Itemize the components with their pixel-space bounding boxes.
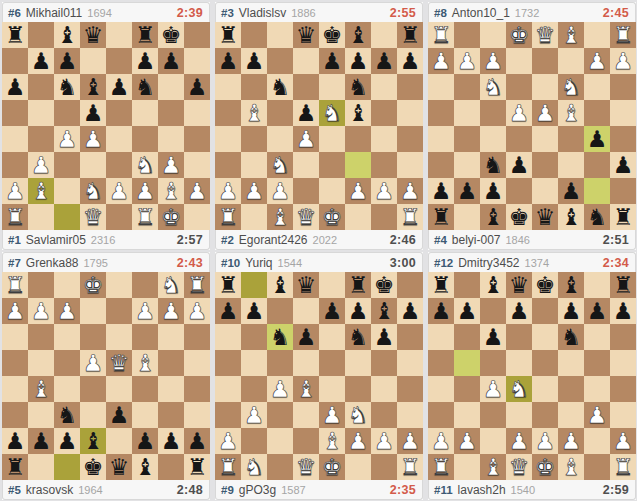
square-c7 <box>267 298 293 324</box>
square-g2: ♟ <box>371 178 397 204</box>
square-g4 <box>454 100 480 126</box>
square-e5 <box>80 376 106 402</box>
black-pawn-piece: ♟ <box>296 324 317 350</box>
white-king-piece: ♚ <box>535 454 556 480</box>
white-rook-piece: ♜ <box>400 454 421 480</box>
square-h2: ♟ <box>2 298 28 324</box>
player-bar-bottom: #1 Savlamir05 2316 2:57 <box>2 230 210 250</box>
square-f4 <box>345 126 371 152</box>
square-d8: ♛ <box>293 22 319 48</box>
square-f4 <box>345 376 371 402</box>
white-pawn-piece: ♟ <box>587 402 608 428</box>
white-knight-piece: ♞ <box>322 100 343 126</box>
square-g3: ♟ <box>584 402 610 428</box>
black-pawn-piece: ♟ <box>161 428 182 454</box>
black-pawn-piece: ♟ <box>374 324 395 350</box>
square-e2 <box>80 298 106 324</box>
square-d2 <box>293 428 319 454</box>
square-h1: ♜ <box>610 454 636 480</box>
black-pawn-piece: ♟ <box>509 152 530 178</box>
square-c1: ♝ <box>558 22 584 48</box>
black-queen-piece: ♛ <box>109 454 130 480</box>
square-e2: ♟ <box>106 178 132 204</box>
white-queen-piece: ♛ <box>509 454 530 480</box>
square-g6: ♟ <box>371 324 397 350</box>
square-d7: ♟ <box>506 298 532 324</box>
player-clock: 2:48 <box>177 483 203 497</box>
white-bishop-piece: ♝ <box>561 22 582 48</box>
white-rook-piece: ♜ <box>135 204 156 230</box>
white-pawn-piece: ♟ <box>509 428 530 454</box>
square-b1 <box>28 204 54 230</box>
square-g6 <box>371 74 397 100</box>
square-a1: ♜ <box>428 454 454 480</box>
player-bar-top: #10 Yuriq 1544 3:00 <box>215 252 423 272</box>
player-name: Dmitry3452 <box>458 256 519 270</box>
black-knight-piece: ♞ <box>270 74 291 100</box>
white-pawn-piece: ♟ <box>83 350 104 376</box>
square-e3 <box>80 324 106 350</box>
white-rook-piece: ♜ <box>5 204 26 230</box>
square-h1: ♜ <box>2 272 28 298</box>
square-f6: ♞ <box>480 152 506 178</box>
player-rank: #8 <box>434 7 447 19</box>
white-pawn-piece: ♟ <box>161 152 182 178</box>
black-king-piece: ♚ <box>535 272 556 298</box>
square-h2: ♟ <box>610 428 636 454</box>
black-pawn-piece: ♟ <box>109 402 130 428</box>
player-rank: #3 <box>221 7 234 19</box>
square-h4 <box>610 376 636 402</box>
black-pawn-piece: ♟ <box>187 74 208 100</box>
black-pawn-piece: ♟ <box>244 48 265 74</box>
white-pawn-piece: ♟ <box>244 402 265 428</box>
white-rook-piece: ♜ <box>187 272 208 298</box>
square-a2: ♟ <box>2 178 28 204</box>
square-g7: ♟ <box>371 48 397 74</box>
black-rook-piece: ♜ <box>218 22 239 48</box>
square-e1: ♚ <box>532 454 558 480</box>
square-b1: ♞ <box>241 454 267 480</box>
square-g8 <box>371 22 397 48</box>
black-rook-piece: ♜ <box>348 272 369 298</box>
black-knight-piece: ♞ <box>57 402 78 428</box>
black-rook-piece: ♜ <box>135 22 156 48</box>
square-g5: ♝ <box>28 376 54 402</box>
square-d1 <box>106 272 132 298</box>
square-g5 <box>454 126 480 152</box>
player-rating: 1374 <box>525 257 549 269</box>
square-a6: ♟ <box>2 74 28 100</box>
square-b6 <box>28 74 54 100</box>
square-e4 <box>319 376 345 402</box>
square-c7: ♟ <box>54 48 80 74</box>
mini-game-card[interactable]: #10 Yuriq 1544 3:00 ♜♝♛♜♚♟♟♟♟♝♟♞♟♞♟♟♝♟♟♞… <box>215 252 423 500</box>
square-h5 <box>428 126 454 152</box>
black-pawn-piece: ♟ <box>431 178 452 204</box>
square-g1 <box>28 272 54 298</box>
square-h3 <box>2 324 28 350</box>
chess-board[interactable]: ♜♝♛♚♝♜♟♟♟♟♟♟♟♞♟♞♟♟♟♟♟♟♟♜♝♛♚♝♜ <box>428 272 636 480</box>
square-g5 <box>371 350 397 376</box>
square-c1: ♝ <box>480 454 506 480</box>
square-c5 <box>267 100 293 126</box>
player-clock: 2:43 <box>177 256 203 270</box>
square-h5 <box>610 350 636 376</box>
square-b6 <box>584 152 610 178</box>
square-c4: ♝ <box>558 100 584 126</box>
square-h8: ♜ <box>428 204 454 230</box>
white-pawn-piece: ♟ <box>535 428 556 454</box>
black-pawn-piece: ♟ <box>135 428 156 454</box>
chess-board[interactable]: ♜♚♛♝♜♟♟♟♟♟♞♞♟♟♝♟♞♟♟♟♟♟♟♜♝♚♛♝♞♜ <box>428 22 636 230</box>
mini-game-card[interactable]: #7 Grenka88 1795 2:43 ♜♚♞♜♟♟♟♟♟♟♟♛♝♝♞♟♟♟… <box>2 252 210 500</box>
player-clock: 2:55 <box>390 6 416 20</box>
square-f7: ♟ <box>54 428 80 454</box>
square-d5 <box>293 350 319 376</box>
player-rank: #6 <box>8 7 21 19</box>
square-a4 <box>428 376 454 402</box>
square-f3: ♞ <box>345 402 371 428</box>
square-g6 <box>158 74 184 100</box>
black-pawn-piece: ♟ <box>5 74 26 100</box>
square-c8 <box>267 22 293 48</box>
white-bishop-piece: ♝ <box>270 204 291 230</box>
chess-board[interactable]: ♜♛♚♝♜♟♟♟♟♟♟♞♞♝♟♞♝♟♞♟♟♟♟♟♟♜♝♛♚♜ <box>215 22 423 230</box>
player-bar-bottom: #5 krasovsk 1964 2:48 <box>2 480 210 500</box>
tournament-boards-grid: #6 Mikhail011 1694 2:39 ♜♝♛♜♚♟♟♟♟♟♞♝♟♞♟♟… <box>0 0 637 501</box>
black-knight-piece: ♞ <box>57 74 78 100</box>
square-f2: ♟ <box>54 298 80 324</box>
square-a4 <box>215 376 241 402</box>
square-h5 <box>2 376 28 402</box>
square-g2: ♟ <box>28 298 54 324</box>
player-clock: 2:57 <box>177 233 203 247</box>
square-h8: ♜ <box>2 454 28 480</box>
square-b6 <box>454 324 480 350</box>
square-b6 <box>241 324 267 350</box>
black-pawn-piece: ♟ <box>31 48 52 74</box>
square-e6: ♟ <box>506 152 532 178</box>
square-h3 <box>428 74 454 100</box>
square-d3 <box>506 402 532 428</box>
square-c2 <box>558 48 584 74</box>
square-h4 <box>184 126 210 152</box>
square-h4 <box>428 100 454 126</box>
square-g8 <box>454 204 480 230</box>
player-rating: 1795 <box>84 257 108 269</box>
black-pawn-piece: ♟ <box>348 298 369 324</box>
white-knight-piece: ♞ <box>83 178 104 204</box>
square-a5 <box>215 350 241 376</box>
square-c2 <box>267 428 293 454</box>
white-pawn-piece: ♟ <box>561 428 582 454</box>
square-a2: ♟ <box>428 428 454 454</box>
black-pawn-piece: ♟ <box>587 298 608 324</box>
white-queen-piece: ♛ <box>535 22 556 48</box>
square-e3 <box>106 152 132 178</box>
square-e4: ♟ <box>80 350 106 376</box>
square-c7 <box>267 48 293 74</box>
player-rank: #7 <box>8 257 21 269</box>
chess-board[interactable]: ♜♚♞♜♟♟♟♟♟♟♟♛♝♝♞♟♟♟♟♝♟♟♟♜♚♛♝♜ <box>2 272 210 480</box>
white-pawn-piece: ♟ <box>57 126 78 152</box>
player-bar-top: #6 Mikhail011 1694 2:39 <box>2 2 210 22</box>
square-f5: ♝ <box>345 100 371 126</box>
square-g4 <box>371 376 397 402</box>
square-f2: ♟ <box>345 178 371 204</box>
square-g4 <box>28 350 54 376</box>
square-d2: ♟ <box>506 428 532 454</box>
square-g2: ♟ <box>454 48 480 74</box>
square-g2 <box>584 428 610 454</box>
black-pawn-piece: ♟ <box>613 152 634 178</box>
white-rook-piece: ♜ <box>5 272 26 298</box>
mini-game-card[interactable]: #3 Vladislsv 1886 2:55 ♜♛♚♝♜♟♟♟♟♟♟♞♞♝♟♞♝… <box>215 2 423 250</box>
square-f2: ♟ <box>558 428 584 454</box>
square-f3 <box>345 152 371 178</box>
white-pawn-piece: ♟ <box>296 126 317 152</box>
square-d2 <box>106 298 132 324</box>
square-d4: ♟ <box>80 126 106 152</box>
player-name: krasovsk <box>26 483 73 497</box>
white-pawn-piece: ♟ <box>135 178 156 204</box>
square-a6 <box>428 324 454 350</box>
black-queen-piece: ♛ <box>509 272 530 298</box>
square-a4 <box>215 126 241 152</box>
black-knight-piece: ♞ <box>135 74 156 100</box>
square-b3 <box>454 402 480 428</box>
square-b2: ♟ <box>454 428 480 454</box>
square-e3 <box>506 74 532 100</box>
square-e7: ♟ <box>319 48 345 74</box>
black-queen-piece: ♛ <box>296 22 317 48</box>
square-a7: ♟ <box>215 48 241 74</box>
square-e2: ♝ <box>319 428 345 454</box>
white-bishop-piece: ♝ <box>31 178 52 204</box>
black-pawn-piece: ♟ <box>161 48 182 74</box>
black-pawn-piece: ♟ <box>400 298 421 324</box>
square-b1 <box>241 204 267 230</box>
player-rank: #1 <box>8 234 21 246</box>
square-h2: ♟ <box>184 178 210 204</box>
player-rank: #4 <box>434 234 447 246</box>
square-h3 <box>184 152 210 178</box>
black-rook-piece: ♜ <box>431 272 452 298</box>
square-h7 <box>184 48 210 74</box>
square-d3 <box>106 324 132 350</box>
white-queen-piece: ♛ <box>109 350 130 376</box>
black-pawn-piece: ♟ <box>431 298 452 324</box>
square-g1 <box>454 22 480 48</box>
white-bishop-piece: ♝ <box>483 454 504 480</box>
square-h4 <box>2 350 28 376</box>
white-pawn-piece: ♟ <box>348 178 369 204</box>
player-name: gPO3g <box>239 483 276 497</box>
chess-board[interactable]: ♜♝♛♜♚♟♟♟♟♝♟♞♟♞♟♟♝♟♟♞♟♝♟♟♟♜♞♛♚♜ <box>215 272 423 480</box>
square-d6 <box>506 324 532 350</box>
square-h5 <box>397 350 423 376</box>
square-e4 <box>532 376 558 402</box>
player-clock: 3:00 <box>390 256 416 270</box>
square-e3 <box>319 152 345 178</box>
black-pawn-piece: ♟ <box>613 298 634 324</box>
player-name: Grenka88 <box>26 256 79 270</box>
player-rating: 1846 <box>506 234 530 246</box>
square-b5 <box>454 350 480 376</box>
square-c3: ♞ <box>558 74 584 100</box>
square-e1 <box>106 204 132 230</box>
square-g3 <box>28 324 54 350</box>
square-a6: ♟ <box>610 152 636 178</box>
white-pawn-piece: ♟ <box>270 376 291 402</box>
square-g4 <box>371 126 397 152</box>
white-pawn-piece: ♟ <box>187 178 208 204</box>
square-h6 <box>397 74 423 100</box>
black-knight-piece: ♞ <box>348 324 369 350</box>
square-d2: ♞ <box>80 178 106 204</box>
square-h2: ♟ <box>428 48 454 74</box>
white-king-piece: ♚ <box>322 204 343 230</box>
square-b2: ♝ <box>28 178 54 204</box>
square-g7: ♟ <box>28 428 54 454</box>
square-d5: ♟ <box>80 100 106 126</box>
square-c6 <box>132 402 158 428</box>
black-knight-piece: ♞ <box>587 204 608 230</box>
square-f5 <box>54 376 80 402</box>
square-g6 <box>584 324 610 350</box>
square-e4 <box>319 126 345 152</box>
square-h3 <box>397 402 423 428</box>
square-a2: ♟ <box>215 178 241 204</box>
player-bar-bottom: #2 Egorant2426 2022 2:46 <box>215 230 423 250</box>
square-e8 <box>106 22 132 48</box>
square-d5: ♟ <box>293 100 319 126</box>
white-rook-piece: ♜ <box>400 204 421 230</box>
black-bishop-piece: ♝ <box>561 272 582 298</box>
square-a3 <box>215 152 241 178</box>
square-e7: ♟ <box>319 298 345 324</box>
square-f5 <box>558 350 584 376</box>
square-d4: ♞ <box>506 376 532 402</box>
mini-game-card[interactable]: #6 Mikhail011 1694 2:39 ♜♝♛♜♚♟♟♟♟♟♞♝♟♞♟♟… <box>2 2 210 250</box>
square-f2: ♟ <box>345 428 371 454</box>
black-bishop-piece: ♝ <box>483 204 504 230</box>
square-b7: ♟ <box>158 428 184 454</box>
square-c2 <box>54 178 80 204</box>
black-pawn-piece: ♟ <box>218 48 239 74</box>
white-pawn-piece: ♟ <box>457 48 478 74</box>
black-rook-piece: ♜ <box>5 454 26 480</box>
square-e3: ♟ <box>319 402 345 428</box>
square-e8 <box>319 272 345 298</box>
square-e8: ♚ <box>80 454 106 480</box>
black-rook-piece: ♜ <box>613 204 634 230</box>
square-f4 <box>132 126 158 152</box>
white-rook-piece: ♜ <box>431 454 452 480</box>
square-c5 <box>558 126 584 152</box>
square-f7: ♟ <box>132 48 158 74</box>
square-d7 <box>106 428 132 454</box>
square-d8: ♛ <box>106 454 132 480</box>
square-d6 <box>532 152 558 178</box>
white-knight-piece: ♞ <box>161 272 182 298</box>
square-f8 <box>54 454 80 480</box>
white-pawn-piece: ♟ <box>431 48 452 74</box>
square-d1: ♛ <box>506 454 532 480</box>
white-pawn-piece: ♟ <box>5 178 26 204</box>
square-f5 <box>480 126 506 152</box>
black-rook-piece: ♜ <box>218 272 239 298</box>
black-bishop-piece: ♝ <box>83 428 104 454</box>
square-f3 <box>558 402 584 428</box>
black-pawn-piece: ♟ <box>218 298 239 324</box>
white-pawn-piece: ♟ <box>161 298 182 324</box>
square-b5 <box>241 350 267 376</box>
black-pawn-piece: ♟ <box>296 100 317 126</box>
black-pawn-piece: ♟ <box>483 178 504 204</box>
square-c5 <box>480 350 506 376</box>
player-name: lavash2h <box>458 483 506 497</box>
player-name: Vladislsv <box>239 6 286 20</box>
white-queen-piece: ♛ <box>296 204 317 230</box>
square-a5 <box>428 350 454 376</box>
square-h8: ♜ <box>397 22 423 48</box>
square-h6: ♟ <box>184 74 210 100</box>
mini-game-card[interactable]: #12 Dmitry3452 1374 2:34 ♜♝♛♚♝♜♟♟♟♟♟♟♟♞♟… <box>428 252 636 500</box>
player-bar-top: #8 Anton10_1 1732 2:45 <box>428 2 636 22</box>
square-d6 <box>293 74 319 100</box>
square-b7: ♟ <box>28 48 54 74</box>
black-pawn-piece: ♟ <box>374 48 395 74</box>
square-d2 <box>532 48 558 74</box>
square-g4 <box>584 376 610 402</box>
square-c6: ♞ <box>267 74 293 100</box>
black-pawn-piece: ♟ <box>322 48 343 74</box>
black-bishop-piece: ♝ <box>270 272 291 298</box>
square-b8 <box>28 22 54 48</box>
square-e1: ♚ <box>319 454 345 480</box>
square-c8: ♝ <box>267 272 293 298</box>
player-name: Savlamir05 <box>26 233 86 247</box>
player-clock: 2:46 <box>390 233 416 247</box>
square-f8: ♝ <box>345 22 371 48</box>
chess-board[interactable]: ♜♝♛♜♚♟♟♟♟♟♞♝♟♞♟♟♟♟♟♞♟♟♝♞♟♟♝♟♜♛♜♚ <box>2 22 210 230</box>
white-rook-piece: ♜ <box>218 204 239 230</box>
white-knight-piece: ♞ <box>244 454 265 480</box>
square-b1 <box>454 454 480 480</box>
white-king-piece: ♚ <box>161 204 182 230</box>
black-rook-piece: ♜ <box>613 272 634 298</box>
square-f4 <box>480 100 506 126</box>
black-pawn-piece: ♟ <box>348 48 369 74</box>
mini-game-card[interactable]: #8 Anton10_1 1732 2:45 ♜♚♛♝♜♟♟♟♟♟♞♞♟♟♝♟♞… <box>428 2 636 250</box>
player-bar-bottom: #9 gPO3g 1587 2:35 <box>215 480 423 500</box>
square-h3 <box>397 152 423 178</box>
square-a7: ♟ <box>428 298 454 324</box>
square-e7 <box>532 298 558 324</box>
square-c5 <box>132 376 158 402</box>
square-c8: ♝ <box>54 22 80 48</box>
black-knight-piece: ♞ <box>561 324 582 350</box>
square-h5 <box>184 100 210 126</box>
square-h6 <box>2 402 28 428</box>
square-g3 <box>454 74 480 100</box>
square-c2: ♟ <box>267 178 293 204</box>
square-h7: ♟ <box>397 298 423 324</box>
white-pawn-piece: ♟ <box>83 126 104 152</box>
square-h2: ♟ <box>397 178 423 204</box>
